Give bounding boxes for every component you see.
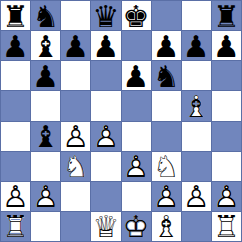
- black-knight-icon: ♞: [152, 62, 181, 91]
- square-a4[interactable]: [1, 122, 30, 151]
- square-h1[interactable]: ♜♖: [212, 212, 241, 241]
- square-f1[interactable]: ♝♗: [152, 212, 181, 241]
- white-knight-icon: ♞: [61, 153, 90, 182]
- black-pawn-icon: ♟: [122, 62, 151, 91]
- piece-black-queen-d8[interactable]: ♛: [91, 1, 120, 30]
- white-pawn-outline-icon: ♙: [31, 183, 60, 212]
- square-e7[interactable]: [122, 31, 151, 60]
- black-king-icon: ♚: [122, 2, 151, 31]
- white-bishop-outline-icon: ♗: [182, 92, 211, 121]
- piece-white-pawn-f2[interactable]: ♟♙: [152, 182, 181, 211]
- square-g8[interactable]: [182, 1, 211, 30]
- black-pawn-icon: ♟: [1, 32, 30, 61]
- black-queen-icon: ♛: [91, 2, 120, 31]
- square-b1[interactable]: [31, 212, 60, 241]
- square-d3[interactable]: [91, 152, 120, 181]
- square-f4[interactable]: [152, 122, 181, 151]
- square-a6[interactable]: [1, 61, 30, 90]
- square-d2[interactable]: [91, 182, 120, 211]
- black-pawn-icon: ♟: [212, 32, 241, 61]
- square-d4[interactable]: ♟♙: [91, 122, 120, 151]
- square-f7[interactable]: ♟: [152, 31, 181, 60]
- piece-white-pawn-b2[interactable]: ♟♙: [31, 182, 60, 211]
- piece-white-pawn-h2[interactable]: ♟♙: [212, 182, 241, 211]
- black-pawn-icon: ♟: [152, 32, 181, 61]
- piece-white-knight-f3[interactable]: ♞♘: [152, 152, 181, 181]
- square-h7[interactable]: ♟: [212, 31, 241, 60]
- square-c5[interactable]: [61, 91, 90, 120]
- white-pawn-icon: ♟: [91, 123, 120, 152]
- square-d6[interactable]: [91, 61, 120, 90]
- white-pawn-icon: ♟: [182, 183, 211, 212]
- square-d8[interactable]: ♛: [91, 1, 120, 30]
- white-bishop-icon: ♝: [182, 92, 211, 121]
- square-b8[interactable]: ♞: [31, 1, 60, 30]
- white-king-outline-icon: ♔: [122, 213, 151, 242]
- black-rook-icon: ♜: [212, 2, 241, 31]
- white-rook-outline-icon: ♖: [1, 213, 30, 242]
- square-f8[interactable]: [152, 1, 181, 30]
- piece-black-pawn-g7[interactable]: ♟: [182, 31, 211, 60]
- piece-black-pawn-e6[interactable]: ♟: [122, 61, 151, 90]
- square-b6[interactable]: ♟: [31, 61, 60, 90]
- square-d7[interactable]: ♟: [91, 31, 120, 60]
- square-f5[interactable]: [152, 91, 181, 120]
- white-pawn-icon: ♟: [1, 183, 30, 212]
- white-pawn-outline-icon: ♙: [212, 183, 241, 212]
- piece-black-pawn-h7[interactable]: ♟: [212, 31, 241, 60]
- black-knight-icon: ♞: [31, 2, 60, 31]
- white-king-icon: ♚: [122, 213, 151, 242]
- piece-black-knight-b8[interactable]: ♞: [31, 1, 60, 30]
- square-e4[interactable]: [122, 122, 151, 151]
- piece-black-pawn-d7[interactable]: ♟: [91, 31, 120, 60]
- square-a3[interactable]: [1, 152, 30, 181]
- white-rook-outline-icon: ♖: [212, 213, 241, 242]
- piece-black-bishop-b4[interactable]: ♝: [31, 122, 60, 151]
- piece-black-pawn-f7[interactable]: ♟: [152, 31, 181, 60]
- piece-white-pawn-e3[interactable]: ♟♙: [122, 152, 151, 181]
- black-pawn-icon: ♟: [31, 62, 60, 91]
- square-b2[interactable]: ♟♙: [31, 182, 60, 211]
- white-pawn-icon: ♟: [31, 183, 60, 212]
- white-pawn-outline-icon: ♙: [122, 153, 151, 182]
- piece-black-bishop-b7[interactable]: ♝: [31, 31, 60, 60]
- chess-board: ♜♞♛♚♜♟♝♟♟♟♟♟♟♟♞♝♗♝♟♙♟♙♞♘♟♙♞♘♟♙♟♙♟♙♟♙♟♙♜♖…: [0, 0, 242, 242]
- square-e1[interactable]: ♚♔: [122, 212, 151, 241]
- black-pawn-icon: ♟: [61, 32, 90, 61]
- black-pawn-icon: ♟: [91, 32, 120, 61]
- square-f6[interactable]: ♞: [152, 61, 181, 90]
- square-e6[interactable]: ♟: [122, 61, 151, 90]
- piece-black-pawn-a7[interactable]: ♟: [1, 31, 30, 60]
- square-g5[interactable]: ♝♗: [182, 91, 211, 120]
- square-h8[interactable]: ♜: [212, 1, 241, 30]
- white-queen-icon: ♛: [91, 213, 120, 242]
- white-pawn-outline-icon: ♙: [1, 183, 30, 212]
- piece-white-rook-h1[interactable]: ♜♖: [212, 212, 241, 241]
- white-pawn-outline-icon: ♙: [152, 183, 181, 212]
- square-g3[interactable]: [182, 152, 211, 181]
- piece-white-pawn-g2[interactable]: ♟♙: [182, 182, 211, 211]
- square-h6[interactable]: [212, 61, 241, 90]
- square-h3[interactable]: [212, 152, 241, 181]
- square-f2[interactable]: ♟♙: [152, 182, 181, 211]
- piece-white-bishop-f1[interactable]: ♝♗: [152, 212, 181, 241]
- piece-white-rook-a1[interactable]: ♜♖: [1, 212, 30, 241]
- piece-black-king-e8[interactable]: ♚: [122, 1, 151, 30]
- square-g4[interactable]: [182, 122, 211, 151]
- white-pawn-icon: ♟: [212, 183, 241, 212]
- piece-black-rook-a8[interactable]: ♜: [1, 1, 30, 30]
- black-bishop-icon: ♝: [31, 123, 60, 152]
- square-a2[interactable]: ♟♙: [1, 182, 30, 211]
- white-pawn-outline-icon: ♙: [61, 123, 90, 152]
- square-g2[interactable]: ♟♙: [182, 182, 211, 211]
- white-pawn-icon: ♟: [152, 183, 181, 212]
- square-d5[interactable]: [91, 91, 120, 120]
- square-a8[interactable]: ♜: [1, 1, 30, 30]
- white-bishop-icon: ♝: [152, 213, 181, 242]
- square-g7[interactable]: ♟: [182, 31, 211, 60]
- square-a7[interactable]: ♟: [1, 31, 30, 60]
- black-rook-icon: ♜: [1, 2, 30, 31]
- piece-white-knight-c3[interactable]: ♞♘: [61, 152, 90, 181]
- square-c4[interactable]: ♟♙: [61, 122, 90, 151]
- white-pawn-icon: ♟: [122, 153, 151, 182]
- white-pawn-icon: ♟: [61, 123, 90, 152]
- square-b5[interactable]: [31, 91, 60, 120]
- square-h4[interactable]: [212, 122, 241, 151]
- square-e2[interactable]: [122, 182, 151, 211]
- square-a5[interactable]: [1, 91, 30, 120]
- square-a1[interactable]: ♜♖: [1, 212, 30, 241]
- square-d1[interactable]: ♛♕: [91, 212, 120, 241]
- piece-white-pawn-c4[interactable]: ♟♙: [61, 122, 90, 151]
- black-bishop-icon: ♝: [31, 32, 60, 61]
- square-c2[interactable]: [61, 182, 90, 211]
- square-b4[interactable]: ♝: [31, 122, 60, 151]
- square-h5[interactable]: [212, 91, 241, 120]
- black-pawn-icon: ♟: [182, 32, 211, 61]
- white-pawn-outline-icon: ♙: [91, 123, 120, 152]
- piece-black-pawn-c7[interactable]: ♟: [61, 31, 90, 60]
- piece-white-pawn-a2[interactable]: ♟♙: [1, 182, 30, 211]
- white-queen-outline-icon: ♕: [91, 213, 120, 242]
- white-knight-outline-icon: ♘: [61, 153, 90, 182]
- square-e3[interactable]: ♟♙: [122, 152, 151, 181]
- square-h2[interactable]: ♟♙: [212, 182, 241, 211]
- square-e5[interactable]: [122, 91, 151, 120]
- square-c6[interactable]: [61, 61, 90, 90]
- square-b3[interactable]: [31, 152, 60, 181]
- piece-white-queen-d1[interactable]: ♛♕: [91, 212, 120, 241]
- square-e8[interactable]: ♚: [122, 1, 151, 30]
- piece-black-rook-h8[interactable]: ♜: [212, 1, 241, 30]
- piece-white-bishop-g5[interactable]: ♝♗: [182, 91, 211, 120]
- white-bishop-outline-icon: ♗: [152, 213, 181, 242]
- white-pawn-outline-icon: ♙: [182, 183, 211, 212]
- square-c8[interactable]: [61, 1, 90, 30]
- white-rook-icon: ♜: [1, 213, 30, 242]
- square-c7[interactable]: ♟: [61, 31, 90, 60]
- square-c1[interactable]: [61, 212, 90, 241]
- square-f3[interactable]: ♞♘: [152, 152, 181, 181]
- white-rook-icon: ♜: [212, 213, 241, 242]
- piece-white-king-e1[interactable]: ♚♔: [122, 212, 151, 241]
- square-g1[interactable]: [182, 212, 211, 241]
- square-g6[interactable]: [182, 61, 211, 90]
- white-knight-outline-icon: ♘: [152, 153, 181, 182]
- piece-black-pawn-b6[interactable]: ♟: [31, 61, 60, 90]
- white-knight-icon: ♞: [152, 153, 181, 182]
- square-b7[interactable]: ♝: [31, 31, 60, 60]
- piece-white-pawn-d4[interactable]: ♟♙: [91, 122, 120, 151]
- square-c3[interactable]: ♞♘: [61, 152, 90, 181]
- piece-black-knight-f6[interactable]: ♞: [152, 61, 181, 90]
